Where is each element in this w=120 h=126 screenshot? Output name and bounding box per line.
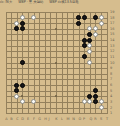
- coord-letter-E: E: [27, 117, 29, 121]
- grid-line-vertical: [79, 12, 80, 114]
- grid-line-vertical: [107, 12, 108, 114]
- coord-letter-Q: Q: [89, 117, 92, 121]
- coord-letter-R: R: [95, 117, 97, 121]
- grid-line-horizontal: [6, 74, 108, 75]
- coord-number-13: 13: [110, 44, 114, 48]
- coord-number-7: 7: [110, 78, 112, 82]
- stone-white-S2[interactable]: [99, 105, 104, 110]
- coord-letter-T: T: [106, 117, 108, 121]
- stone-black-C6[interactable]: [14, 83, 19, 88]
- coord-number-12: 12: [110, 50, 114, 54]
- stone-black-C5[interactable]: [14, 88, 19, 93]
- coord-number-18: 18: [110, 16, 114, 20]
- stone-white-D3[interactable]: [20, 99, 25, 104]
- coord-number-11: 11: [110, 56, 114, 60]
- stone-white-C17[interactable]: [14, 21, 19, 26]
- grid-line-vertical: [62, 12, 63, 114]
- coord-number-15: 15: [110, 33, 114, 37]
- coord-number-4: 4: [110, 95, 112, 99]
- coord-letter-M: M: [67, 117, 70, 121]
- coord-number-1: 1: [110, 112, 112, 116]
- coord-number-16: 16: [110, 28, 114, 32]
- coord-letter-C: C: [16, 117, 18, 121]
- stone-black-D6[interactable]: [20, 83, 25, 88]
- coord-number-8: 8: [110, 73, 112, 77]
- coord-letter-A: A: [5, 117, 7, 121]
- coord-number-17: 17: [110, 22, 114, 26]
- grid-line-vertical: [73, 12, 74, 114]
- grid-line-horizontal: [6, 113, 108, 114]
- coord-letter-D: D: [22, 117, 25, 121]
- stone-white-S3[interactable]: [99, 99, 104, 104]
- go-board[interactable]: ABCDEFGHJKLMNOPQRST191817161514131211109…: [0, 0, 120, 126]
- stone-black-R3[interactable]: [93, 99, 98, 104]
- stone-black-P13[interactable]: [82, 43, 87, 48]
- stone-black-Q4[interactable]: [87, 94, 92, 99]
- stone-black-R18[interactable]: [93, 15, 98, 20]
- coord-letter-P: P: [83, 117, 85, 121]
- coord-letter-O: O: [78, 117, 81, 121]
- stone-white-S17[interactable]: [99, 21, 104, 26]
- coord-letter-S: S: [100, 117, 102, 121]
- stone-white-Q3[interactable]: [87, 99, 92, 104]
- coord-letter-J: J: [49, 117, 50, 121]
- go-diagram: 白: 阿大W8P · 黑 关键站W8P 白棋13.5目胜 ABCDEFGHJKL…: [0, 0, 120, 126]
- stone-black-P18[interactable]: [82, 15, 87, 20]
- stone-black-D17[interactable]: [20, 21, 25, 26]
- stone-white-F18[interactable]: [31, 15, 36, 20]
- stone-white-R16[interactable]: [93, 26, 98, 31]
- stone-white-Q10[interactable]: [87, 60, 92, 65]
- coord-letter-N: N: [72, 117, 75, 121]
- stone-white-D18[interactable]: [20, 15, 25, 20]
- grid-line-vertical: [67, 12, 68, 114]
- stone-white-Q16[interactable]: [87, 26, 92, 31]
- stone-black-P14[interactable]: [82, 38, 87, 43]
- stone-white-Q12[interactable]: [87, 49, 92, 54]
- stone-black-Q14[interactable]: [87, 38, 92, 43]
- coord-letter-B: B: [10, 117, 12, 121]
- stone-white-F3[interactable]: [31, 99, 36, 104]
- stone-white-R15[interactable]: [93, 32, 98, 37]
- coord-letter-L: L: [61, 117, 63, 121]
- grid-line-horizontal: [6, 68, 108, 69]
- star-point: [55, 28, 57, 30]
- grid-line-horizontal: [6, 108, 108, 109]
- coord-letter-K: K: [55, 117, 57, 121]
- grid-line-horizontal: [6, 79, 108, 80]
- coord-number-19: 19: [110, 11, 114, 15]
- coord-letter-H: H: [44, 117, 47, 121]
- stone-black-R5[interactable]: [93, 88, 98, 93]
- stone-black-Q15[interactable]: [87, 32, 92, 37]
- stone-black-P11[interactable]: [82, 54, 87, 59]
- coord-letter-F: F: [33, 117, 35, 121]
- stone-white-P3[interactable]: [82, 99, 87, 104]
- stone-black-R4[interactable]: [93, 94, 98, 99]
- star-point: [55, 62, 57, 64]
- stone-white-C4[interactable]: [14, 94, 19, 99]
- stone-black-O17[interactable]: [76, 21, 81, 26]
- coord-number-14: 14: [110, 39, 114, 43]
- coord-number-5: 5: [110, 89, 112, 93]
- coord-letter-G: G: [39, 117, 42, 121]
- coord-number-2: 2: [110, 106, 112, 110]
- stone-black-C16[interactable]: [14, 26, 19, 31]
- stone-white-S18[interactable]: [99, 15, 104, 20]
- coord-number-10: 10: [110, 61, 114, 65]
- coord-number-6: 6: [110, 84, 112, 88]
- coord-number-9: 9: [110, 67, 112, 71]
- stone-white-Q13[interactable]: [87, 43, 92, 48]
- stone-black-O18[interactable]: [76, 15, 81, 20]
- stone-black-D16[interactable]: [20, 26, 25, 31]
- coord-number-3: 3: [110, 101, 112, 105]
- stone-black-D10[interactable]: [20, 60, 25, 65]
